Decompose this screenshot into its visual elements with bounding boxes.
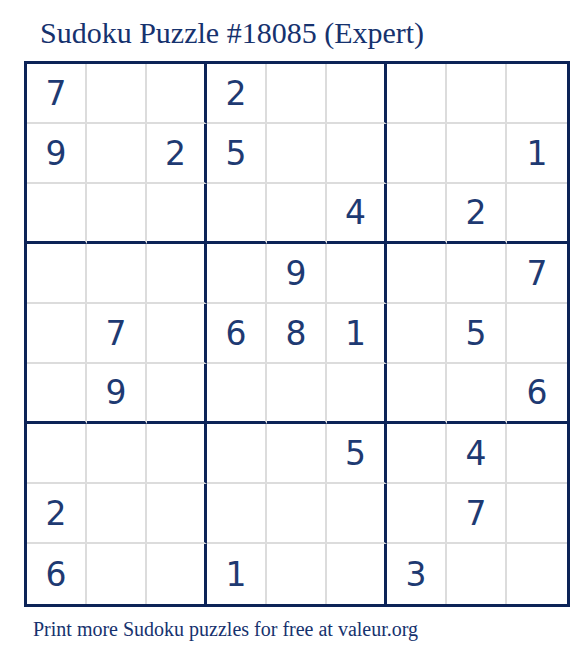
sudoku-cell-r4c5[interactable]: 9 [267,244,327,304]
sudoku-cell-r2c3[interactable]: 2 [147,124,207,184]
sudoku-cell-r6c9[interactable]: 6 [507,364,567,424]
sudoku-cell-r5c5[interactable]: 8 [267,304,327,364]
sudoku-cell-r2c4[interactable]: 5 [207,124,267,184]
sudoku-cell-r5c1[interactable] [27,304,87,364]
sudoku-cell-r2c2[interactable] [87,124,147,184]
sudoku-cell-r7c7[interactable] [387,424,447,484]
sudoku-cell-r6c7[interactable] [387,364,447,424]
sudoku-cell-r8c9[interactable] [507,484,567,544]
sudoku-cell-r2c8[interactable] [447,124,507,184]
sudoku-cell-r9c3[interactable] [147,544,207,604]
sudoku-cell-r8c6[interactable] [327,484,387,544]
sudoku-cell-r9c2[interactable] [87,544,147,604]
sudoku-cell-r5c7[interactable] [387,304,447,364]
sudoku-cell-r1c4[interactable]: 2 [207,64,267,124]
sudoku-cell-r3c4[interactable] [207,184,267,244]
sudoku-cell-r4c1[interactable] [27,244,87,304]
sudoku-cell-r7c8[interactable]: 4 [447,424,507,484]
sudoku-cell-r3c1[interactable] [27,184,87,244]
sudoku-cell-r1c2[interactable] [87,64,147,124]
sudoku-cell-r3c8[interactable]: 2 [447,184,507,244]
sudoku-cell-r8c3[interactable] [147,484,207,544]
sudoku-cell-r6c4[interactable] [207,364,267,424]
sudoku-cell-r6c3[interactable] [147,364,207,424]
sudoku-cell-r2c9[interactable]: 1 [507,124,567,184]
sudoku-cell-r4c8[interactable] [447,244,507,304]
sudoku-cell-r3c6[interactable]: 4 [327,184,387,244]
sudoku-cell-r1c7[interactable] [387,64,447,124]
sudoku-cell-r2c7[interactable] [387,124,447,184]
sudoku-cell-r9c8[interactable] [447,544,507,604]
footer-text: Print more Sudoku puzzles for free at va… [33,618,418,641]
sudoku-cell-r1c5[interactable] [267,64,327,124]
sudoku-page: Sudoku Puzzle #18085 (Expert) 7292514297… [0,0,580,651]
sudoku-cell-r1c1[interactable]: 7 [27,64,87,124]
sudoku-cell-r8c5[interactable] [267,484,327,544]
puzzle-title: Sudoku Puzzle #18085 (Expert) [40,16,424,50]
sudoku-cell-r6c1[interactable] [27,364,87,424]
sudoku-cell-r6c5[interactable] [267,364,327,424]
sudoku-cell-r1c3[interactable] [147,64,207,124]
sudoku-cell-r9c1[interactable]: 6 [27,544,87,604]
sudoku-cell-r6c8[interactable] [447,364,507,424]
sudoku-cell-r8c1[interactable]: 2 [27,484,87,544]
sudoku-cell-r9c6[interactable] [327,544,387,604]
sudoku-cell-r9c5[interactable] [267,544,327,604]
sudoku-cell-r4c6[interactable] [327,244,387,304]
sudoku-cell-r4c4[interactable] [207,244,267,304]
sudoku-cell-r3c3[interactable] [147,184,207,244]
sudoku-cell-r4c3[interactable] [147,244,207,304]
sudoku-cell-r3c9[interactable] [507,184,567,244]
sudoku-cell-r3c2[interactable] [87,184,147,244]
sudoku-board: 729251429776815965427613 [24,61,570,607]
sudoku-cell-r8c7[interactable] [387,484,447,544]
sudoku-cell-r7c3[interactable] [147,424,207,484]
sudoku-cell-r6c6[interactable] [327,364,387,424]
sudoku-cell-r5c3[interactable] [147,304,207,364]
sudoku-cell-r3c7[interactable] [387,184,447,244]
sudoku-cell-r5c8[interactable]: 5 [447,304,507,364]
sudoku-cell-r7c2[interactable] [87,424,147,484]
sudoku-cell-r4c9[interactable]: 7 [507,244,567,304]
sudoku-cell-r7c5[interactable] [267,424,327,484]
sudoku-cell-r2c6[interactable] [327,124,387,184]
sudoku-cell-r2c1[interactable]: 9 [27,124,87,184]
sudoku-cell-r5c4[interactable]: 6 [207,304,267,364]
sudoku-cell-r7c4[interactable] [207,424,267,484]
sudoku-cell-r9c7[interactable]: 3 [387,544,447,604]
sudoku-cell-r5c6[interactable]: 1 [327,304,387,364]
sudoku-cell-r5c9[interactable] [507,304,567,364]
sudoku-cell-r9c9[interactable] [507,544,567,604]
sudoku-cell-r6c2[interactable]: 9 [87,364,147,424]
sudoku-cell-r4c2[interactable] [87,244,147,304]
sudoku-cell-r8c2[interactable] [87,484,147,544]
sudoku-cell-r9c4[interactable]: 1 [207,544,267,604]
sudoku-cell-r8c8[interactable]: 7 [447,484,507,544]
sudoku-cell-r7c9[interactable] [507,424,567,484]
sudoku-cell-r1c8[interactable] [447,64,507,124]
sudoku-cell-r8c4[interactable] [207,484,267,544]
sudoku-cell-r5c2[interactable]: 7 [87,304,147,364]
sudoku-cell-r1c9[interactable] [507,64,567,124]
sudoku-cell-r2c5[interactable] [267,124,327,184]
sudoku-cell-r3c5[interactable] [267,184,327,244]
sudoku-cell-r1c6[interactable] [327,64,387,124]
sudoku-cell-r4c7[interactable] [387,244,447,304]
sudoku-cell-r7c1[interactable] [27,424,87,484]
sudoku-cell-r7c6[interactable]: 5 [327,424,387,484]
